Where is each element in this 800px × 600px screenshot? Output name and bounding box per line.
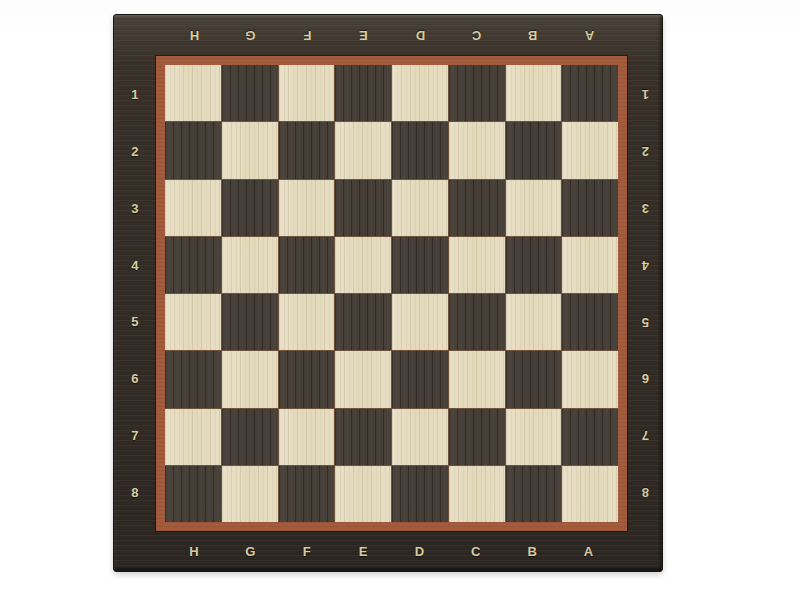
file-label-a: A — [561, 17, 617, 54]
square-h2[interactable] — [165, 122, 221, 178]
file-labels-top: HGFEDCBA — [166, 17, 617, 54]
rank-label-6: 6 — [628, 350, 662, 407]
square-e1[interactable] — [335, 65, 391, 121]
inlay-border — [156, 56, 627, 531]
square-a7[interactable] — [562, 409, 618, 465]
square-e3[interactable] — [335, 180, 391, 236]
rank-label-6: 6 — [116, 350, 154, 407]
file-label-e: E — [335, 17, 391, 54]
square-c5[interactable] — [449, 294, 505, 350]
file-label-f: F — [279, 532, 335, 571]
square-h5[interactable] — [165, 294, 221, 350]
file-labels-bottom: HGFEDCBA — [166, 532, 617, 571]
square-d6[interactable] — [392, 351, 448, 407]
square-h1[interactable] — [165, 65, 221, 121]
rank-label-5: 5 — [116, 294, 154, 351]
square-b4[interactable] — [506, 237, 562, 293]
rank-label-4: 4 — [628, 237, 662, 294]
file-label-b: B — [504, 532, 560, 571]
square-f7[interactable] — [279, 409, 335, 465]
file-label-c: C — [448, 17, 504, 54]
file-label-d: D — [392, 532, 448, 571]
square-b3[interactable] — [506, 180, 562, 236]
rank-label-1: 1 — [628, 66, 662, 123]
square-d7[interactable] — [392, 409, 448, 465]
rank-label-8: 8 — [116, 464, 154, 521]
file-label-c: C — [448, 532, 504, 571]
square-h4[interactable] — [165, 237, 221, 293]
square-d2[interactable] — [392, 122, 448, 178]
file-label-f: F — [279, 17, 335, 54]
file-label-g: G — [222, 532, 278, 571]
squares-grid — [165, 65, 618, 522]
rank-label-2: 2 — [628, 123, 662, 180]
square-c3[interactable] — [449, 180, 505, 236]
square-g4[interactable] — [222, 237, 278, 293]
square-f6[interactable] — [279, 351, 335, 407]
square-e6[interactable] — [335, 351, 391, 407]
square-d8[interactable] — [392, 466, 448, 522]
square-g5[interactable] — [222, 294, 278, 350]
square-h8[interactable] — [165, 466, 221, 522]
square-e2[interactable] — [335, 122, 391, 178]
square-a2[interactable] — [562, 122, 618, 178]
square-b1[interactable] — [506, 65, 562, 121]
square-f1[interactable] — [279, 65, 335, 121]
rank-label-7: 7 — [628, 407, 662, 464]
file-label-e: E — [335, 532, 391, 571]
square-e5[interactable] — [335, 294, 391, 350]
square-f2[interactable] — [279, 122, 335, 178]
rank-label-2: 2 — [116, 123, 154, 180]
square-f3[interactable] — [279, 180, 335, 236]
square-g8[interactable] — [222, 466, 278, 522]
square-b2[interactable] — [506, 122, 562, 178]
square-d1[interactable] — [392, 65, 448, 121]
rank-label-3: 3 — [116, 180, 154, 237]
square-b5[interactable] — [506, 294, 562, 350]
square-d4[interactable] — [392, 237, 448, 293]
photo-background: HGFEDCBA HGFEDCBA 12345678 12345678 — [0, 0, 800, 600]
square-h7[interactable] — [165, 409, 221, 465]
rank-label-8: 8 — [628, 464, 662, 521]
square-g1[interactable] — [222, 65, 278, 121]
square-a1[interactable] — [562, 65, 618, 121]
square-f8[interactable] — [279, 466, 335, 522]
rank-label-1: 1 — [116, 66, 154, 123]
square-c4[interactable] — [449, 237, 505, 293]
rank-label-5: 5 — [628, 294, 662, 351]
chess-board: HGFEDCBA HGFEDCBA 12345678 12345678 — [113, 14, 663, 572]
square-g7[interactable] — [222, 409, 278, 465]
file-label-g: G — [222, 17, 278, 54]
square-a3[interactable] — [562, 180, 618, 236]
rank-label-4: 4 — [116, 237, 154, 294]
square-e8[interactable] — [335, 466, 391, 522]
square-g2[interactable] — [222, 122, 278, 178]
square-g3[interactable] — [222, 180, 278, 236]
file-label-h: H — [166, 17, 222, 54]
square-c1[interactable] — [449, 65, 505, 121]
file-label-a: A — [561, 532, 617, 571]
square-c8[interactable] — [449, 466, 505, 522]
square-g6[interactable] — [222, 351, 278, 407]
square-e7[interactable] — [335, 409, 391, 465]
square-b8[interactable] — [506, 466, 562, 522]
square-e4[interactable] — [335, 237, 391, 293]
rank-label-7: 7 — [116, 407, 154, 464]
square-c2[interactable] — [449, 122, 505, 178]
square-h6[interactable] — [165, 351, 221, 407]
square-a4[interactable] — [562, 237, 618, 293]
rank-labels-left: 12345678 — [116, 66, 154, 521]
file-label-b: B — [504, 17, 560, 54]
file-label-h: H — [166, 532, 222, 571]
square-d3[interactable] — [392, 180, 448, 236]
square-h3[interactable] — [165, 180, 221, 236]
square-c6[interactable] — [449, 351, 505, 407]
square-b7[interactable] — [506, 409, 562, 465]
square-f4[interactable] — [279, 237, 335, 293]
square-b6[interactable] — [506, 351, 562, 407]
rank-label-3: 3 — [628, 180, 662, 237]
file-label-d: D — [392, 17, 448, 54]
square-a8[interactable] — [562, 466, 618, 522]
square-a6[interactable] — [562, 351, 618, 407]
square-f5[interactable] — [279, 294, 335, 350]
square-c7[interactable] — [449, 409, 505, 465]
rank-labels-right: 12345678 — [628, 66, 662, 521]
square-a5[interactable] — [562, 294, 618, 350]
square-d5[interactable] — [392, 294, 448, 350]
